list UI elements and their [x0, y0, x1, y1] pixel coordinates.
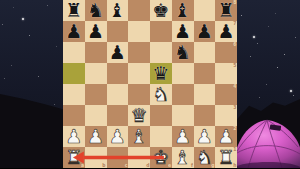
black-pawn[interactable]: ♟	[85, 21, 107, 42]
square-c4[interactable]	[107, 84, 129, 105]
square-e1[interactable]: ♚e	[150, 147, 172, 168]
star	[268, 26, 269, 27]
star	[275, 13, 276, 14]
square-e5[interactable]: ♛	[150, 63, 172, 84]
coord-label-2: 2	[233, 126, 236, 131]
square-a8[interactable]: ♜	[63, 0, 85, 21]
square-d2[interactable]: ♝	[128, 126, 150, 147]
coord-label-6: 6	[233, 42, 236, 47]
square-g4[interactable]	[194, 84, 216, 105]
square-f8[interactable]: ♝	[172, 0, 194, 21]
square-f6[interactable]: ♞	[172, 42, 194, 63]
square-c2[interactable]: ♟	[107, 126, 129, 147]
chessboard: ♜♞♝♚♝♜8♟♟♟♟♟7♟♞6♛5♞4♛3♟♟♟♝♟♟♟2♜abcd♚e♝f♞…	[63, 0, 237, 168]
square-e8[interactable]: ♚	[150, 0, 172, 21]
video-frame: ♜♞♝♚♝♜8♟♟♟♟♟7♟♞6♛5♞4♛3♟♟♟♝♟♟♟2♜abcd♚e♝f♞…	[0, 0, 300, 168]
star	[54, 104, 55, 105]
square-h1[interactable]: ♜1h	[215, 147, 237, 168]
star	[38, 76, 39, 77]
square-b7[interactable]: ♟	[85, 21, 107, 42]
bright-star	[290, 90, 292, 92]
white-pawn[interactable]: ♟	[63, 126, 85, 147]
square-f5[interactable]	[172, 63, 194, 84]
square-d7[interactable]	[128, 21, 150, 42]
square-d3[interactable]: ♛	[128, 105, 150, 126]
coord-label-3: 3	[233, 105, 236, 110]
star	[284, 54, 285, 55]
star	[29, 35, 30, 36]
black-bishop[interactable]: ♝	[107, 0, 129, 21]
bright-star	[253, 36, 255, 38]
square-a3[interactable]	[63, 105, 85, 126]
square-b5[interactable]	[85, 63, 107, 84]
white-pawn[interactable]: ♟	[172, 126, 194, 147]
square-c1[interactable]: c	[107, 147, 129, 168]
square-a7[interactable]: ♟	[63, 21, 85, 42]
square-c6[interactable]: ♟	[107, 42, 129, 63]
square-a4[interactable]	[63, 84, 85, 105]
square-g5[interactable]	[194, 63, 216, 84]
star	[257, 43, 258, 44]
square-h7[interactable]: ♟7	[215, 21, 237, 42]
star	[13, 7, 14, 8]
square-g7[interactable]: ♟	[194, 21, 216, 42]
star	[241, 15, 242, 16]
star	[11, 65, 12, 66]
coord-label-d: d	[146, 164, 149, 169]
square-f3[interactable]	[172, 105, 194, 126]
coord-label-b: b	[102, 164, 105, 169]
square-e3[interactable]	[150, 105, 172, 126]
black-knight[interactable]: ♞	[172, 42, 194, 63]
square-b6[interactable]	[85, 42, 107, 63]
square-c8[interactable]: ♝	[107, 0, 129, 21]
coord-label-e: e	[168, 164, 171, 169]
coord-label-a: a	[81, 164, 84, 169]
star	[295, 37, 296, 38]
square-b3[interactable]	[85, 105, 107, 126]
star	[266, 84, 267, 85]
square-f4[interactable]	[172, 84, 194, 105]
camping-tent	[232, 113, 300, 168]
square-d4[interactable]	[128, 84, 150, 105]
black-queen[interactable]: ♛	[150, 63, 172, 84]
square-g3[interactable]	[194, 105, 216, 126]
square-d5[interactable]	[128, 63, 150, 84]
star	[56, 46, 57, 47]
square-h6[interactable]: 6	[215, 42, 237, 63]
white-pawn[interactable]: ♟	[194, 126, 216, 147]
square-h2[interactable]: ♟2	[215, 126, 237, 147]
black-bishop[interactable]: ♝	[172, 0, 194, 21]
square-f1[interactable]: ♝f	[172, 147, 194, 168]
square-d1[interactable]: d	[128, 147, 150, 168]
white-queen[interactable]: ♛	[128, 105, 150, 126]
square-e7[interactable]	[150, 21, 172, 42]
white-pawn[interactable]: ♟	[85, 126, 107, 147]
coord-label-h: h	[233, 164, 236, 169]
coord-label-4: 4	[233, 84, 236, 89]
square-h8[interactable]: ♜8	[215, 0, 237, 21]
square-a2[interactable]: ♟	[63, 126, 85, 147]
square-a6[interactable]	[63, 42, 85, 63]
square-e6[interactable]	[150, 42, 172, 63]
coord-label-5: 5	[233, 63, 236, 68]
square-h3[interactable]: 3	[215, 105, 237, 126]
square-b4[interactable]	[85, 84, 107, 105]
star	[293, 95, 294, 96]
square-e4[interactable]: ♞	[150, 84, 172, 105]
star	[277, 67, 278, 68]
coord-label-f: f	[191, 164, 193, 169]
coord-label-8: 8	[233, 0, 236, 5]
square-d6[interactable]	[128, 42, 150, 63]
bright-star	[22, 18, 24, 20]
black-pawn[interactable]: ♟	[172, 21, 194, 42]
coord-label-g: g	[211, 164, 214, 169]
star	[4, 78, 5, 79]
square-g2[interactable]: ♟	[194, 126, 216, 147]
square-c5[interactable]	[107, 63, 129, 84]
square-h4[interactable]: 4	[215, 84, 237, 105]
star	[250, 56, 251, 57]
square-g6[interactable]	[194, 42, 216, 63]
black-pawn[interactable]: ♟	[107, 42, 129, 63]
black-king[interactable]: ♚	[150, 0, 172, 21]
black-pawn[interactable]: ♟	[194, 21, 216, 42]
square-f7[interactable]: ♟	[172, 21, 194, 42]
square-c7[interactable]	[107, 21, 129, 42]
black-rook[interactable]: ♜	[63, 0, 85, 21]
square-b1[interactable]: b	[85, 147, 107, 168]
square-e2[interactable]	[150, 126, 172, 147]
square-g1[interactable]: ♞g	[194, 147, 216, 168]
coord-label-7: 7	[233, 21, 236, 26]
white-pawn[interactable]: ♟	[107, 126, 129, 147]
square-a5[interactable]	[63, 63, 85, 84]
coord-label-c: c	[125, 164, 128, 169]
square-g8[interactable]	[194, 0, 216, 21]
square-c3[interactable]	[107, 105, 129, 126]
black-pawn[interactable]: ♟	[63, 21, 85, 42]
star	[259, 97, 260, 98]
star	[2, 24, 3, 25]
black-knight[interactable]: ♞	[85, 0, 107, 21]
coord-label-1: 1	[233, 147, 236, 152]
star	[47, 5, 48, 6]
square-b2[interactable]: ♟	[85, 126, 107, 147]
tent-dome	[233, 120, 300, 168]
square-a1[interactable]: ♜a	[63, 147, 85, 168]
square-f2[interactable]: ♟	[172, 126, 194, 147]
square-b8[interactable]: ♞	[85, 0, 107, 21]
white-bishop[interactable]: ♝	[128, 126, 150, 147]
square-d8[interactable]	[128, 0, 150, 21]
square-h5[interactable]: 5	[215, 63, 237, 84]
white-knight[interactable]: ♞	[150, 84, 172, 105]
